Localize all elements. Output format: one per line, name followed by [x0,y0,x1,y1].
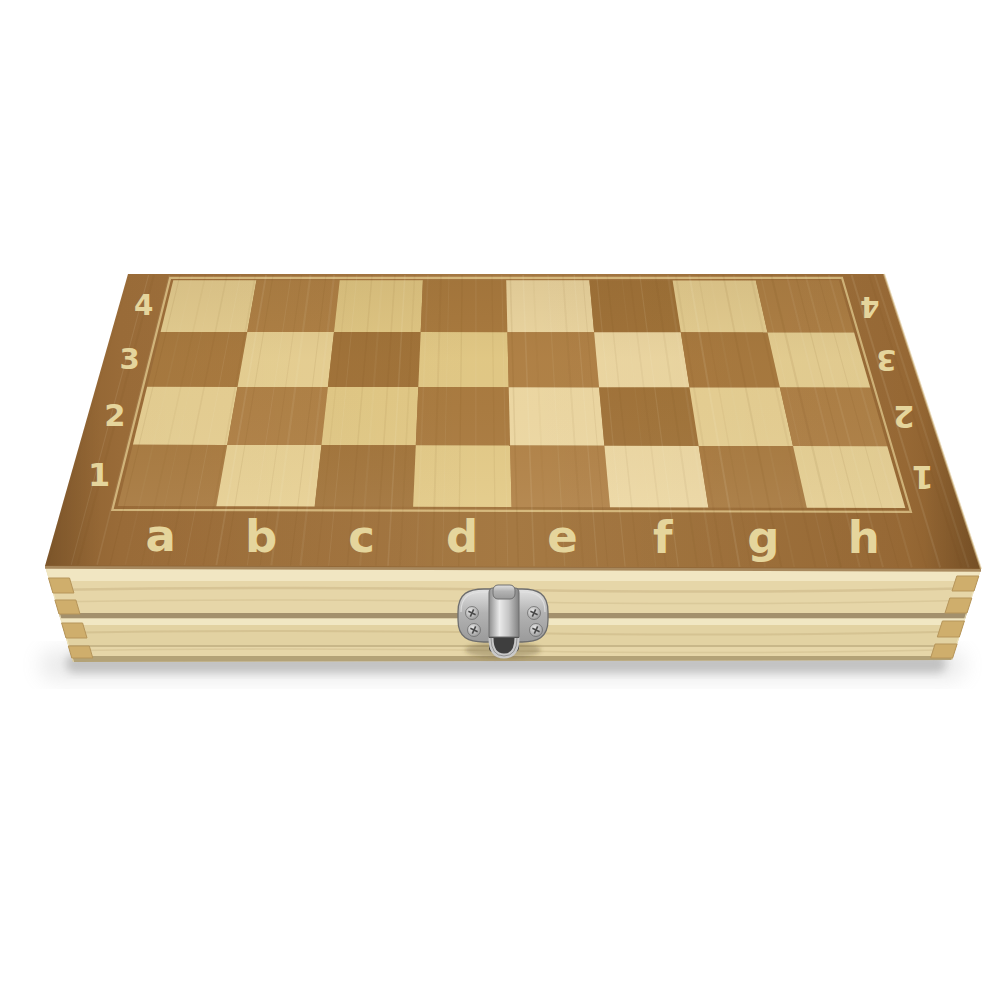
rank-label-left-1: 1 [88,456,110,494]
finger-joint-left [62,623,87,638]
clasp [458,585,548,658]
chess-box-render: 44332211abcdefgh [0,0,1000,1000]
file-label-c: c [348,510,375,563]
file-label-b: b [245,510,277,563]
rank-label-left-2: 2 [104,398,125,433]
finger-joint-left [68,646,93,658]
finger-joint-left [49,578,74,593]
file-label-f: f [653,511,673,564]
edge-vignette [45,274,981,569]
file-label-a: a [146,509,176,562]
rank-label-left-3: 3 [120,342,140,376]
rank-label-left-4: 4 [134,289,153,322]
finger-joint-right [931,644,958,658]
rank-label-right-2: 2 [893,399,914,434]
file-label-e: e [547,510,578,563]
finger-joint-right [952,576,979,591]
chess-box-product-photo: 44332211abcdefgh [0,0,1000,1000]
file-label-d: d [446,510,478,563]
finger-joint-right [945,598,972,613]
rank-label-right-4: 4 [860,290,879,323]
clasp-tongue-knob [493,585,515,599]
finger-joint-right [937,621,964,637]
finger-joint-left [55,600,80,614]
file-label-h: h [848,511,880,564]
board-lid-top: 44332211abcdefgh [45,274,981,570]
file-label-g: g [747,511,779,564]
rank-label-right-3: 3 [876,343,896,377]
rank-label-right-1: 1 [911,458,933,496]
